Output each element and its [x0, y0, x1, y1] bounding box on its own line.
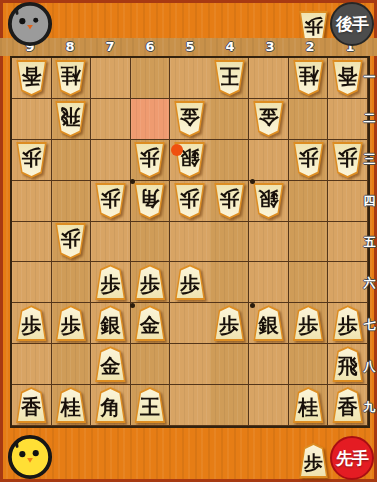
- piece-kanji: 王: [219, 66, 239, 86]
- piece-body: 王: [213, 60, 246, 96]
- square-88[interactable]: [52, 344, 92, 385]
- piece-body: 歩: [331, 305, 364, 341]
- square-74[interactable]: 歩: [91, 181, 131, 222]
- yellow-chick-icon: [7, 434, 53, 480]
- square-72[interactable]: [91, 99, 131, 140]
- piece-pawn-sente[interactable]: 歩: [213, 305, 246, 341]
- piece-silver-sente[interactable]: 銀: [252, 305, 285, 341]
- rank-label-1: 一: [362, 69, 377, 86]
- square-96[interactable]: [12, 262, 52, 303]
- square-43[interactable]: [210, 140, 250, 181]
- rank-label-3: 三: [362, 151, 377, 168]
- piece-kanji: 角: [100, 397, 120, 417]
- piece-kanji: 歩: [219, 189, 239, 209]
- square-34[interactable]: 銀: [249, 181, 289, 222]
- piece-body: 角: [133, 183, 166, 219]
- rank-label-9: 九: [362, 399, 377, 416]
- square-77[interactable]: 銀: [91, 303, 131, 344]
- piece-kanji: 歩: [219, 315, 239, 335]
- square-32[interactable]: 金: [249, 99, 289, 140]
- piece-kanji: 香: [21, 66, 41, 86]
- piece-kanji: 歩: [338, 315, 358, 335]
- piece-pawn-sente[interactable]: 歩: [94, 264, 127, 300]
- piece-kanji: 桂: [61, 397, 81, 417]
- square-44[interactable]: 歩: [210, 181, 250, 222]
- piece-kanji: 飛: [61, 107, 81, 127]
- piece-rook-sente[interactable]: 飛: [331, 346, 364, 382]
- piece-pawn-gote[interactable]: 歩: [54, 223, 87, 259]
- square-63[interactable]: 歩: [131, 140, 171, 181]
- piece-king-gote[interactable]: 王: [213, 60, 246, 96]
- square-36[interactable]: [249, 262, 289, 303]
- square-76[interactable]: 歩: [91, 262, 131, 303]
- piece-kanji: 歩: [140, 274, 160, 294]
- piece-body: 飛: [54, 101, 87, 137]
- rank-label-8: 八: [362, 358, 377, 375]
- square-38[interactable]: [249, 344, 289, 385]
- square-33[interactable]: [249, 140, 289, 181]
- shogi-app: { "game": "shogi", "players": { "top": {…: [0, 0, 377, 482]
- square-56[interactable]: 歩: [170, 262, 210, 303]
- sente-badge-label: 先手: [336, 447, 368, 470]
- file-label-7: 7: [90, 39, 130, 54]
- piece-body: 香: [15, 60, 48, 96]
- file-label-6: 6: [130, 39, 170, 54]
- piece-pawn-sente[interactable]: 歩: [331, 305, 364, 341]
- gote-badge-label: 後手: [336, 13, 368, 36]
- square-58[interactable]: [170, 344, 210, 385]
- piece-kanji: 歩: [21, 315, 41, 335]
- piece-kanji: 銀: [100, 315, 120, 335]
- piece-body: 王: [133, 387, 166, 423]
- square-69[interactable]: 王: [131, 385, 171, 426]
- piece-body: 金: [94, 346, 127, 382]
- square-45[interactable]: [210, 222, 250, 263]
- piece-kanji: 歩: [180, 189, 200, 209]
- square-24[interactable]: [289, 181, 329, 222]
- rank-label-5: 五: [362, 234, 377, 251]
- piece-pawn-gote[interactable]: 歩: [173, 183, 206, 219]
- piece-body: 銀: [173, 142, 206, 178]
- piece-body: 歩: [292, 305, 325, 341]
- piece-kanji: 銀: [259, 315, 279, 335]
- piece-body: 歩: [94, 183, 127, 219]
- piece-body: 金: [173, 101, 206, 137]
- file-label-8: 8: [50, 39, 90, 54]
- sente-hand-piece[interactable]: 歩: [298, 443, 329, 478]
- square-62[interactable]: [131, 99, 171, 140]
- piece-knight-sente[interactable]: 桂: [54, 387, 87, 423]
- piece-kanji: 歩: [180, 274, 200, 294]
- gote-avatar[interactable]: [7, 1, 53, 47]
- square-91[interactable]: 香: [12, 58, 52, 99]
- piece-body: 歩: [213, 183, 246, 219]
- piece-body: 銀: [252, 305, 285, 341]
- square-52[interactable]: 金: [170, 99, 210, 140]
- piece-body: 歩: [213, 305, 246, 341]
- piece-lance-gote[interactable]: 香: [331, 60, 364, 96]
- square-67[interactable]: 金: [131, 303, 171, 344]
- piece-body: 歩: [54, 305, 87, 341]
- file-label-5: 5: [170, 39, 210, 54]
- sente-badge: 先手: [330, 436, 374, 480]
- rank-label-6: 六: [362, 275, 377, 292]
- piece-knight-sente[interactable]: 桂: [292, 387, 325, 423]
- piece-body: 歩: [173, 264, 206, 300]
- piece-lance-gote[interactable]: 香: [15, 60, 48, 96]
- piece-bishop-gote[interactable]: 角: [133, 183, 166, 219]
- piece-body: 角: [94, 387, 127, 423]
- square-53[interactable]: 銀: [170, 140, 210, 181]
- file-label-4: 4: [210, 39, 250, 54]
- square-57[interactable]: [170, 303, 210, 344]
- sente-avatar[interactable]: [7, 434, 53, 480]
- piece-gold-sente[interactable]: 金: [133, 305, 166, 341]
- piece-kanji: 銀: [180, 148, 200, 168]
- square-42[interactable]: [210, 99, 250, 140]
- piece-body: 桂: [292, 387, 325, 423]
- piece-pawn-gote[interactable]: 歩: [331, 142, 364, 178]
- square-83[interactable]: [52, 140, 92, 181]
- piece-pawn-gote[interactable]: 歩: [94, 183, 127, 219]
- square-87[interactable]: 歩: [52, 303, 92, 344]
- piece-kanji: 歩: [304, 453, 323, 472]
- square-81[interactable]: 桂: [52, 58, 92, 99]
- rank-label-7: 七: [362, 317, 377, 334]
- piece-silver-gote[interactable]: 銀: [173, 142, 206, 178]
- piece-pawn-sente[interactable]: 歩: [173, 264, 206, 300]
- piece-silver-gote[interactable]: 銀: [252, 183, 285, 219]
- piece-body: 歩: [298, 443, 329, 478]
- piece-body: 歩: [15, 305, 48, 341]
- piece-body: 歩: [54, 223, 87, 259]
- square-79[interactable]: 角: [91, 385, 131, 426]
- square-54[interactable]: 歩: [170, 181, 210, 222]
- square-65[interactable]: [131, 222, 171, 263]
- piece-kanji: 香: [338, 66, 358, 86]
- piece-body: 歩: [94, 264, 127, 300]
- piece-pawn-sente[interactable]: 歩: [292, 305, 325, 341]
- square-66[interactable]: 歩: [131, 262, 171, 303]
- piece-kanji: 金: [140, 315, 160, 335]
- square-55[interactable]: [170, 222, 210, 263]
- file-label-2: 2: [290, 39, 330, 54]
- piece-pawn-sente[interactable]: 歩: [133, 264, 166, 300]
- square-23[interactable]: 歩: [289, 140, 329, 181]
- piece-kanji: 桂: [298, 397, 318, 417]
- piece-kanji: 歩: [298, 315, 318, 335]
- square-29[interactable]: 桂: [289, 385, 329, 426]
- square-41[interactable]: 王: [210, 58, 250, 99]
- piece-gold-gote[interactable]: 金: [252, 101, 285, 137]
- piece-kanji: 王: [140, 397, 160, 417]
- square-27[interactable]: 歩: [289, 303, 329, 344]
- piece-bishop-sente[interactable]: 角: [94, 387, 127, 423]
- square-26[interactable]: [289, 262, 329, 303]
- piece-kanji: 歩: [338, 148, 358, 168]
- piece-knight-gote[interactable]: 桂: [292, 60, 325, 96]
- piece-kanji: 歩: [100, 274, 120, 294]
- piece-king-sente[interactable]: 王: [133, 387, 166, 423]
- square-98[interactable]: [12, 344, 52, 385]
- square-25[interactable]: [289, 222, 329, 263]
- piece-kanji: 歩: [140, 148, 160, 168]
- square-39[interactable]: [249, 385, 289, 426]
- piece-body: 香: [15, 387, 48, 423]
- piece-kanji: 香: [338, 397, 358, 417]
- piece-kanji: 歩: [61, 229, 81, 249]
- square-95[interactable]: [12, 222, 52, 263]
- piece-body: 銀: [252, 183, 285, 219]
- piece-kanji: 金: [180, 107, 200, 127]
- piece-lance-sente[interactable]: 香: [331, 387, 364, 423]
- square-93[interactable]: 歩: [12, 140, 52, 181]
- piece-body: 桂: [54, 387, 87, 423]
- piece-body: 金: [133, 305, 166, 341]
- square-31[interactable]: [249, 58, 289, 99]
- piece-body: 歩: [292, 142, 325, 178]
- square-71[interactable]: [91, 58, 131, 99]
- piece-kanji: 桂: [298, 66, 318, 86]
- piece-kanji: 歩: [21, 148, 41, 168]
- square-99[interactable]: 香: [12, 385, 52, 426]
- board: 香桂王桂香飛金金歩歩銀歩歩歩角歩歩銀歩歩歩歩歩歩銀金歩銀歩歩金飛香桂角王桂香: [10, 56, 370, 428]
- square-28[interactable]: [289, 344, 329, 385]
- square-61[interactable]: [131, 58, 171, 99]
- piece-body: 歩: [331, 142, 364, 178]
- square-64[interactable]: 角: [131, 181, 171, 222]
- square-59[interactable]: [170, 385, 210, 426]
- piece-body: 香: [331, 60, 364, 96]
- square-51[interactable]: [170, 58, 210, 99]
- square-84[interactable]: [52, 181, 92, 222]
- square-21[interactable]: 桂: [289, 58, 329, 99]
- piece-pawn-gote[interactable]: 歩: [213, 183, 246, 219]
- piece-body: 銀: [94, 305, 127, 341]
- square-92[interactable]: [12, 99, 52, 140]
- square-68[interactable]: [131, 344, 171, 385]
- square-47[interactable]: 歩: [210, 303, 250, 344]
- square-94[interactable]: [12, 181, 52, 222]
- square-22[interactable]: [289, 99, 329, 140]
- square-89[interactable]: 桂: [52, 385, 92, 426]
- piece-body: 歩: [133, 264, 166, 300]
- piece-body: 金: [252, 101, 285, 137]
- piece-kanji: 歩: [61, 315, 81, 335]
- piece-lance-sente[interactable]: 香: [15, 387, 48, 423]
- piece-silver-sente[interactable]: 銀: [94, 305, 127, 341]
- square-78[interactable]: 金: [91, 344, 131, 385]
- piece-kanji: 歩: [100, 189, 120, 209]
- piece-body: 桂: [54, 60, 87, 96]
- rank-label-2: 二: [362, 110, 377, 127]
- gote-badge: 後手: [330, 2, 374, 46]
- square-97[interactable]: 歩: [12, 303, 52, 344]
- square-85[interactable]: 歩: [52, 222, 92, 263]
- piece-kanji: 角: [140, 189, 160, 209]
- piece-knight-gote[interactable]: 桂: [54, 60, 87, 96]
- grey-bird-icon: [7, 1, 53, 47]
- piece-body: 桂: [292, 60, 325, 96]
- square-35[interactable]: [249, 222, 289, 263]
- piece-body: 香: [331, 387, 364, 423]
- piece-kanji: 銀: [259, 189, 279, 209]
- piece-kanji: 金: [259, 107, 279, 127]
- piece-pawn-sente[interactable]: 歩: [54, 305, 87, 341]
- piece-kanji: 歩: [298, 148, 318, 168]
- square-46[interactable]: [210, 262, 250, 303]
- square-73[interactable]: [91, 140, 131, 181]
- piece-pawn-gote[interactable]: 歩: [133, 142, 166, 178]
- piece-body: 歩: [133, 142, 166, 178]
- piece-gold-gote[interactable]: 金: [173, 101, 206, 137]
- square-37[interactable]: 銀: [249, 303, 289, 344]
- piece-kanji: 金: [100, 356, 120, 376]
- piece-pawn-gote[interactable]: 歩: [292, 142, 325, 178]
- piece-gold-sente[interactable]: 金: [94, 346, 127, 382]
- square-86[interactable]: [52, 262, 92, 303]
- piece-body: 歩: [173, 183, 206, 219]
- piece-kanji: 飛: [338, 356, 358, 376]
- square-49[interactable]: [210, 385, 250, 426]
- square-82[interactable]: 飛: [52, 99, 92, 140]
- rank-label-4: 四: [362, 193, 377, 210]
- piece-kanji: 歩: [304, 17, 323, 36]
- piece-pawn-sente[interactable]: 歩: [15, 305, 48, 341]
- file-label-3: 3: [250, 39, 290, 54]
- piece-kanji: 桂: [61, 66, 81, 86]
- piece-body: 歩: [15, 142, 48, 178]
- file-coordinates-strip: 987654321: [0, 38, 377, 56]
- piece-rook-gote[interactable]: 飛: [54, 101, 87, 137]
- piece-pawn-gote[interactable]: 歩: [15, 142, 48, 178]
- square-48[interactable]: [210, 344, 250, 385]
- square-75[interactable]: [91, 222, 131, 263]
- piece-pawn-sente[interactable]: 歩: [298, 443, 329, 478]
- piece-body: 飛: [331, 346, 364, 382]
- piece-kanji: 香: [21, 397, 41, 417]
